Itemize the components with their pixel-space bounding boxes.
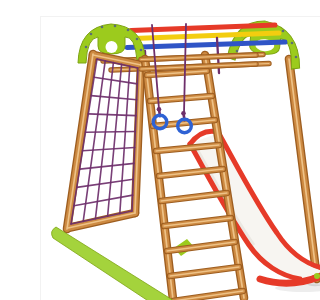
base-rail-left <box>52 227 178 300</box>
net-rope <box>80 163 134 169</box>
net-rope <box>120 66 130 213</box>
rope-knot <box>157 107 162 112</box>
screw <box>101 26 104 29</box>
bridge-rail-front-segment <box>141 55 256 69</box>
gymnastic-rings <box>153 107 191 133</box>
product-photo-play-gym <box>40 16 320 300</box>
screw <box>85 46 88 49</box>
net-rope <box>88 114 136 116</box>
ladder-rail <box>145 59 174 300</box>
screw <box>136 38 139 41</box>
screw <box>127 29 130 32</box>
rear-leg <box>289 59 317 279</box>
net-rope <box>108 64 122 216</box>
net-rope <box>71 59 97 224</box>
net-rope <box>95 63 113 219</box>
screw <box>291 42 294 45</box>
screw <box>236 50 239 53</box>
base-rail-shape <box>52 227 178 300</box>
net-rope <box>74 195 133 206</box>
net-rope <box>83 148 135 151</box>
net-rope <box>77 179 134 187</box>
net-frame-rail <box>68 213 135 228</box>
net-rope <box>91 96 137 100</box>
screw <box>282 30 285 33</box>
screw <box>295 56 298 59</box>
play-gym-scene <box>41 17 320 300</box>
rope-knot <box>181 111 186 116</box>
net-rope <box>94 77 137 84</box>
left-panel-grip-hole <box>106 41 118 53</box>
screw <box>140 49 143 52</box>
rear-leg-foot-cap <box>314 273 320 279</box>
screw <box>114 25 117 28</box>
net-rope <box>86 132 136 133</box>
screw <box>90 33 93 36</box>
